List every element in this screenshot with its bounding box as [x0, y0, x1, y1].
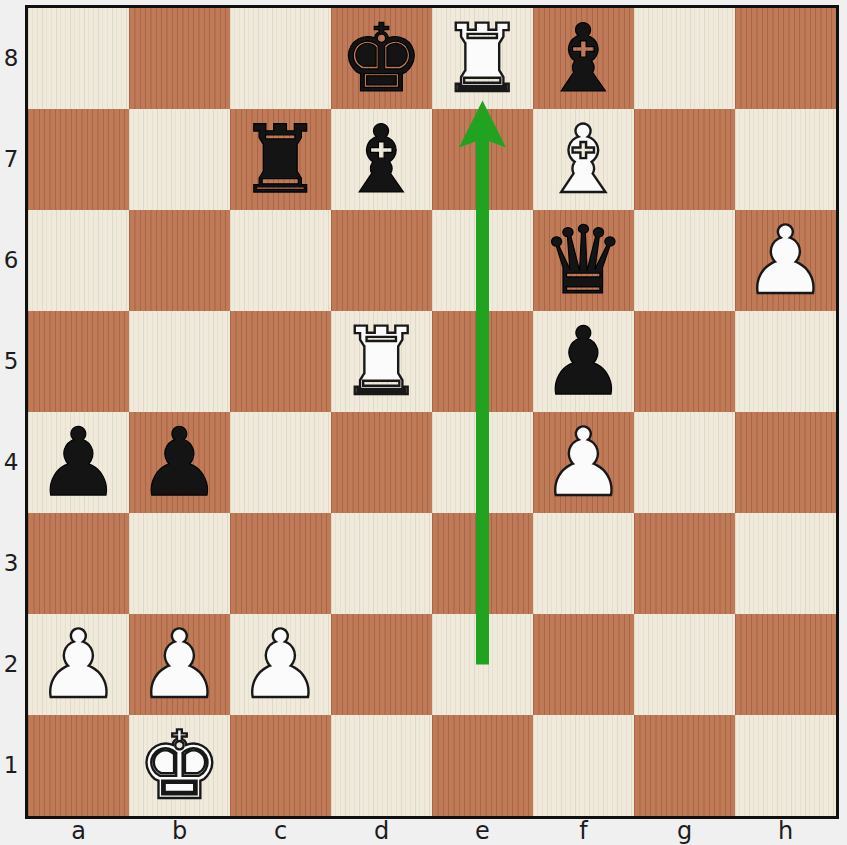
file-label-h: h	[735, 818, 836, 844]
white-pawn-a2-piece[interactable]: ♟	[36, 614, 120, 715]
square-b1[interactable]: ♚	[129, 715, 230, 816]
square-d4[interactable]	[331, 412, 432, 513]
square-h7[interactable]	[735, 109, 836, 210]
square-a5[interactable]	[28, 311, 129, 412]
file-label-a: a	[28, 818, 129, 844]
white-pawn-f4-piece[interactable]: ♟	[541, 412, 625, 513]
square-g6[interactable]	[634, 210, 735, 311]
square-a2[interactable]: ♟	[28, 614, 129, 715]
square-c5[interactable]	[230, 311, 331, 412]
white-king-b1-piece[interactable]: ♚	[137, 715, 221, 816]
square-f7[interactable]: ♝	[533, 109, 634, 210]
rank-label-2: 2	[0, 614, 22, 715]
square-g5[interactable]	[634, 311, 735, 412]
rank-label-1: 1	[0, 715, 22, 816]
square-e2[interactable]	[432, 614, 533, 715]
rank-label-8: 8	[0, 8, 22, 109]
square-g2[interactable]	[634, 614, 735, 715]
black-bishop-f8-piece[interactable]: ♝	[541, 8, 625, 109]
square-e3[interactable]	[432, 513, 533, 614]
white-pawn-c2-piece[interactable]: ♟	[238, 614, 322, 715]
square-b2[interactable]: ♟	[129, 614, 230, 715]
square-h3[interactable]	[735, 513, 836, 614]
black-rook-c7-piece[interactable]: ♜	[238, 109, 322, 210]
square-a6[interactable]	[28, 210, 129, 311]
file-label-b: b	[129, 818, 230, 844]
square-f2[interactable]	[533, 614, 634, 715]
chess-position-screenshot: 87654321 abcdefgh ♚♜♝♜♝♝♛♟♜♟♟♟♟♟♟♟♚	[0, 0, 847, 845]
black-pawn-b4-piece[interactable]: ♟	[137, 412, 221, 513]
square-a7[interactable]	[28, 109, 129, 210]
square-a4[interactable]: ♟	[28, 412, 129, 513]
white-rook-d5-piece[interactable]: ♜	[339, 311, 423, 412]
file-label-f: f	[533, 818, 634, 844]
rank-label-6: 6	[0, 210, 22, 311]
square-e6[interactable]	[432, 210, 533, 311]
square-c2[interactable]: ♟	[230, 614, 331, 715]
square-b3[interactable]	[129, 513, 230, 614]
file-label-d: d	[331, 818, 432, 844]
black-pawn-f5-piece[interactable]: ♟	[541, 311, 625, 412]
square-g1[interactable]	[634, 715, 735, 816]
white-rook-e8-piece[interactable]: ♜	[440, 8, 524, 109]
square-f3[interactable]	[533, 513, 634, 614]
square-e1[interactable]	[432, 715, 533, 816]
square-h2[interactable]	[735, 614, 836, 715]
square-f4[interactable]: ♟	[533, 412, 634, 513]
black-queen-f6-piece[interactable]: ♛	[541, 210, 625, 311]
rank-label-5: 5	[0, 311, 22, 412]
square-e7[interactable]	[432, 109, 533, 210]
rank-label-7: 7	[0, 109, 22, 210]
square-a8[interactable]	[28, 8, 129, 109]
square-h4[interactable]	[735, 412, 836, 513]
white-pawn-h6-piece[interactable]: ♟	[743, 210, 827, 311]
file-label-c: c	[230, 818, 331, 844]
file-label-e: e	[432, 818, 533, 844]
square-c7[interactable]: ♜	[230, 109, 331, 210]
square-c1[interactable]	[230, 715, 331, 816]
square-a1[interactable]	[28, 715, 129, 816]
rank-label-4: 4	[0, 412, 22, 513]
square-e8[interactable]: ♜	[432, 8, 533, 109]
square-b5[interactable]	[129, 311, 230, 412]
square-d1[interactable]	[331, 715, 432, 816]
square-a3[interactable]	[28, 513, 129, 614]
square-b6[interactable]	[129, 210, 230, 311]
square-g8[interactable]	[634, 8, 735, 109]
square-g7[interactable]	[634, 109, 735, 210]
square-d7[interactable]: ♝	[331, 109, 432, 210]
square-b4[interactable]: ♟	[129, 412, 230, 513]
square-h5[interactable]	[735, 311, 836, 412]
square-d8[interactable]: ♚	[331, 8, 432, 109]
file-label-g: g	[634, 818, 735, 844]
square-d3[interactable]	[331, 513, 432, 614]
square-d6[interactable]	[331, 210, 432, 311]
square-g3[interactable]	[634, 513, 735, 614]
square-f8[interactable]: ♝	[533, 8, 634, 109]
square-f5[interactable]: ♟	[533, 311, 634, 412]
square-h1[interactable]	[735, 715, 836, 816]
square-h8[interactable]	[735, 8, 836, 109]
square-f6[interactable]: ♛	[533, 210, 634, 311]
square-g4[interactable]	[634, 412, 735, 513]
white-pawn-b2-piece[interactable]: ♟	[137, 614, 221, 715]
square-f1[interactable]	[533, 715, 634, 816]
square-h6[interactable]: ♟	[735, 210, 836, 311]
black-pawn-a4-piece[interactable]: ♟	[36, 412, 120, 513]
square-d2[interactable]	[331, 614, 432, 715]
square-b8[interactable]	[129, 8, 230, 109]
square-e5[interactable]	[432, 311, 533, 412]
square-c8[interactable]	[230, 8, 331, 109]
black-bishop-d7-piece[interactable]: ♝	[339, 109, 423, 210]
square-c3[interactable]	[230, 513, 331, 614]
square-e4[interactable]	[432, 412, 533, 513]
square-d5[interactable]: ♜	[331, 311, 432, 412]
chess-board: ♚♜♝♜♝♝♛♟♜♟♟♟♟♟♟♟♚	[25, 5, 839, 819]
square-c6[interactable]	[230, 210, 331, 311]
black-king-d8-piece[interactable]: ♚	[339, 8, 423, 109]
square-b7[interactable]	[129, 109, 230, 210]
rank-label-3: 3	[0, 513, 22, 614]
white-bishop-f7-piece[interactable]: ♝	[541, 109, 625, 210]
square-c4[interactable]	[230, 412, 331, 513]
